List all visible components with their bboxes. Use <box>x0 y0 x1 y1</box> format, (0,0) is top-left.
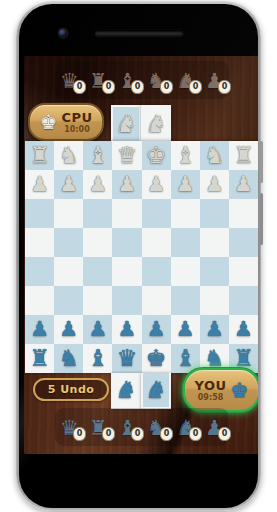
square-h7[interactable]: ♟ <box>229 170 258 199</box>
you-bishop-piece: ♝ <box>88 347 109 370</box>
square-c2[interactable]: ♟ <box>83 315 112 344</box>
square-g4[interactable] <box>200 257 229 286</box>
queen-icon: ♛0 <box>58 67 81 93</box>
capture-count-badge: 0 <box>218 427 231 441</box>
square-d1[interactable]: ♛ <box>112 344 141 373</box>
square-a3[interactable] <box>25 286 54 315</box>
square-d3[interactable] <box>112 286 141 315</box>
cpu-pawn-piece: ♟ <box>234 174 253 195</box>
you-king-icon: ♚ <box>231 380 249 400</box>
square-f2[interactable]: ♟ <box>171 315 200 344</box>
cpu-pawn-piece: ♟ <box>59 174 78 195</box>
cpu-captured-tray: ♛0♜0♝0♞0♞0♟0 <box>55 61 229 99</box>
you-pawn-piece: ♟ <box>176 319 195 340</box>
you-pawn-piece: ♟ <box>59 319 78 340</box>
cpu-knight-piece: ♞ <box>58 144 79 167</box>
you-rook-piece: ♜ <box>29 347 50 370</box>
knight-icon: ♞0 <box>145 414 168 440</box>
staging-row-top: ♞♞ <box>111 105 171 141</box>
pawn-icon: ♟0 <box>203 67 226 93</box>
square-f4[interactable] <box>171 257 200 286</box>
capture-count-badge: 0 <box>218 80 231 94</box>
square-e3[interactable] <box>142 286 171 315</box>
square-b2[interactable]: ♟ <box>54 315 83 344</box>
square-b7[interactable]: ♟ <box>54 170 83 199</box>
you-knight-piece: ♞ <box>58 347 79 370</box>
cpu-clock: 10:00 <box>64 126 89 134</box>
square-f8[interactable]: ♝ <box>171 141 200 170</box>
square-a7[interactable]: ♟ <box>25 170 54 199</box>
square-f7[interactable]: ♟ <box>171 170 200 199</box>
volume-button <box>260 193 263 245</box>
capture-count-badge: 0 <box>160 80 173 94</box>
staging-cell-e[interactable]: ♞ <box>141 373 171 409</box>
square-c1[interactable]: ♝ <box>83 344 112 373</box>
you-pawn-piece: ♟ <box>205 319 224 340</box>
undo-button[interactable]: 5 Undo <box>33 378 109 401</box>
square-g7[interactable]: ♟ <box>200 170 229 199</box>
square-h5[interactable] <box>229 228 258 257</box>
cpu-name-label: CPU <box>61 111 92 124</box>
cpu-pawn-piece: ♟ <box>147 174 166 195</box>
square-d8[interactable]: ♛ <box>112 141 141 170</box>
cpu-pawn-piece: ♟ <box>88 174 107 195</box>
square-f6[interactable] <box>171 199 200 228</box>
cpu-player-plate: ♚ CPU 10:00 <box>28 103 104 141</box>
square-e2[interactable]: ♟ <box>142 315 171 344</box>
you-pawn-piece: ♟ <box>30 319 49 340</box>
square-a8[interactable]: ♜ <box>25 141 54 170</box>
cpu-knight-piece: ♞ <box>145 112 167 136</box>
you-pawn-piece: ♟ <box>234 319 253 340</box>
cpu-bishop-piece: ♝ <box>175 144 196 167</box>
square-e1[interactable]: ♚ <box>142 344 171 373</box>
square-a6[interactable] <box>25 199 54 228</box>
staging-cell-d[interactable]: ♞ <box>111 373 141 409</box>
knight-icon: ♞0 <box>145 67 168 93</box>
capture-count-badge: 0 <box>102 80 115 94</box>
cpu-knight-piece: ♞ <box>204 144 225 167</box>
square-b4[interactable] <box>54 257 83 286</box>
bishop-icon: ♝0 <box>116 67 139 93</box>
square-c8[interactable]: ♝ <box>83 141 112 170</box>
capture-count-badge: 0 <box>73 427 86 441</box>
square-g8[interactable]: ♞ <box>200 141 229 170</box>
you-knight-piece: ♞ <box>115 378 137 402</box>
square-c4[interactable] <box>83 257 112 286</box>
you-knight-piece: ♞ <box>204 347 225 370</box>
cpu-knight-piece: ♞ <box>115 112 137 136</box>
square-d4[interactable] <box>112 257 141 286</box>
app-screen: ♛0♜0♝0♞0♞0♟0 ♚ CPU 10:00 ♞♞ ♜♞♝♛♚♝♞♜♟♟♟♟… <box>24 56 258 454</box>
square-c6[interactable] <box>83 199 112 228</box>
cpu-rook-piece: ♜ <box>29 144 50 167</box>
cpu-king-piece: ♚ <box>146 144 167 167</box>
capture-count-badge: 0 <box>189 427 202 441</box>
square-g2[interactable]: ♟ <box>200 315 229 344</box>
capture-count-badge: 0 <box>131 427 144 441</box>
square-b5[interactable] <box>54 228 83 257</box>
phone-bezel: ♛0♜0♝0♞0♞0♟0 ♚ CPU 10:00 ♞♞ ♜♞♝♛♚♝♞♜♟♟♟♟… <box>19 4 258 508</box>
you-queen-piece: ♛ <box>117 347 138 370</box>
staging-cell-d[interactable]: ♞ <box>111 105 141 141</box>
bishop-icon: ♝0 <box>116 414 139 440</box>
cpu-bishop-piece: ♝ <box>88 144 109 167</box>
capture-count-badge: 0 <box>160 427 173 441</box>
square-g3[interactable] <box>200 286 229 315</box>
square-e7[interactable]: ♟ <box>142 170 171 199</box>
you-captured-tray: ♛0♜0♝0♞0♞0♟0 <box>55 408 229 446</box>
square-f5[interactable] <box>171 228 200 257</box>
square-h8[interactable]: ♜ <box>229 141 258 170</box>
you-bishop-piece: ♝ <box>175 347 196 370</box>
square-c3[interactable] <box>83 286 112 315</box>
square-h4[interactable] <box>229 257 258 286</box>
queen-icon: ♛0 <box>58 414 81 440</box>
square-e4[interactable] <box>142 257 171 286</box>
square-e5[interactable] <box>142 228 171 257</box>
square-d5[interactable] <box>112 228 141 257</box>
cpu-pawn-piece: ♟ <box>205 174 224 195</box>
knight-icon: ♞0 <box>174 414 197 440</box>
earpiece-speaker <box>95 30 183 37</box>
capture-count-badge: 0 <box>131 80 144 94</box>
square-a2[interactable]: ♟ <box>25 315 54 344</box>
square-d2[interactable]: ♟ <box>112 315 141 344</box>
square-g6[interactable] <box>200 199 229 228</box>
capture-count-badge: 0 <box>73 80 86 94</box>
square-b6[interactable] <box>54 199 83 228</box>
cpu-rook-piece: ♜ <box>233 144 254 167</box>
square-a4[interactable] <box>25 257 54 286</box>
power-button <box>260 141 263 183</box>
you-king-piece: ♚ <box>146 347 167 370</box>
square-g5[interactable] <box>200 228 229 257</box>
knight-icon: ♞0 <box>174 67 197 93</box>
you-pawn-piece: ♟ <box>88 319 107 340</box>
square-c7[interactable]: ♟ <box>83 170 112 199</box>
you-clock: 09:58 <box>198 394 223 402</box>
cpu-king-icon: ♚ <box>39 112 57 132</box>
front-camera-dot <box>59 29 67 37</box>
square-d6[interactable] <box>112 199 141 228</box>
square-h6[interactable] <box>229 199 258 228</box>
chess-board: ♜♞♝♛♚♝♞♜♟♟♟♟♟♟♟♟♟♟♟♟♟♟♟♟♜♞♝♛♚♝♞♜ <box>25 141 258 373</box>
you-name-label: YOU <box>195 379 227 392</box>
pawn-icon: ♟0 <box>203 414 226 440</box>
staging-row-bottom: ♞♞ <box>111 373 171 409</box>
capture-count-badge: 0 <box>189 80 202 94</box>
rook-icon: ♜0 <box>87 67 110 93</box>
square-e8[interactable]: ♚ <box>142 141 171 170</box>
you-pawn-piece: ♟ <box>118 319 137 340</box>
square-b3[interactable] <box>54 286 83 315</box>
square-f3[interactable] <box>171 286 200 315</box>
you-rook-piece: ♜ <box>233 347 254 370</box>
you-knight-piece: ♞ <box>145 378 167 402</box>
cpu-queen-piece: ♛ <box>117 144 138 167</box>
screenshot-canvas: ♛0♜0♝0♞0♞0♟0 ♚ CPU 10:00 ♞♞ ♜♞♝♛♚♝♞♜♟♟♟♟… <box>0 0 277 512</box>
square-h2[interactable]: ♟ <box>229 315 258 344</box>
cpu-pawn-piece: ♟ <box>118 174 137 195</box>
square-d7[interactable]: ♟ <box>112 170 141 199</box>
staging-cell-e[interactable]: ♞ <box>141 105 171 141</box>
cpu-pawn-piece: ♟ <box>176 174 195 195</box>
square-h3[interactable] <box>229 286 258 315</box>
you-pawn-piece: ♟ <box>147 319 166 340</box>
square-a5[interactable] <box>25 228 54 257</box>
phone-frame: ♛0♜0♝0♞0♞0♟0 ♚ CPU 10:00 ♞♞ ♜♞♝♛♚♝♞♜♟♟♟♟… <box>16 1 261 511</box>
capture-count-badge: 0 <box>102 427 115 441</box>
square-c5[interactable] <box>83 228 112 257</box>
square-b1[interactable]: ♞ <box>54 344 83 373</box>
square-b8[interactable]: ♞ <box>54 141 83 170</box>
rook-icon: ♜0 <box>87 414 110 440</box>
cpu-pawn-piece: ♟ <box>30 174 49 195</box>
square-a1[interactable]: ♜ <box>25 344 54 373</box>
square-e6[interactable] <box>142 199 171 228</box>
you-player-plate: YOU 09:58 ♚ <box>183 368 258 412</box>
